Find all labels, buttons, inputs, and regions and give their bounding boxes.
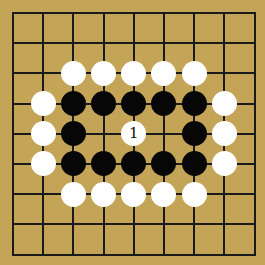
white-stone	[151, 61, 176, 86]
intersection-f4[interactable]	[149, 88, 179, 118]
black-stone	[121, 91, 146, 116]
intersection-f1[interactable]	[149, 0, 179, 28]
intersection-e2[interactable]	[119, 28, 149, 58]
intersection-h5[interactable]	[209, 119, 239, 149]
intersection-a8[interactable]	[0, 209, 28, 239]
intersection-c4[interactable]	[58, 88, 88, 118]
intersection-b1[interactable]	[28, 0, 58, 28]
intersection-i7[interactable]	[239, 179, 265, 209]
intersection-d3[interactable]	[88, 58, 118, 88]
intersection-h4[interactable]	[209, 88, 239, 118]
intersection-g6[interactable]	[179, 149, 209, 179]
intersection-f9[interactable]	[149, 239, 179, 265]
intersection-d8[interactable]	[88, 209, 118, 239]
go-board: 1	[0, 0, 265, 265]
intersection-h9[interactable]	[209, 239, 239, 265]
black-stone	[182, 151, 207, 176]
intersection-c6[interactable]	[58, 149, 88, 179]
intersection-d5[interactable]	[88, 119, 118, 149]
intersection-b5[interactable]	[28, 119, 58, 149]
intersection-b4[interactable]	[28, 88, 58, 118]
intersection-c3[interactable]	[58, 58, 88, 88]
black-stone	[151, 91, 176, 116]
black-stone	[91, 151, 116, 176]
intersection-i5[interactable]	[239, 119, 265, 149]
intersection-g1[interactable]	[179, 0, 209, 28]
intersection-d7[interactable]	[88, 179, 118, 209]
intersection-e8[interactable]	[119, 209, 149, 239]
white-stone	[61, 182, 86, 207]
intersection-f7[interactable]	[149, 179, 179, 209]
black-stone	[182, 121, 207, 146]
intersection-h2[interactable]	[209, 28, 239, 58]
white-stone	[212, 151, 237, 176]
intersection-h1[interactable]	[209, 0, 239, 28]
intersection-e9[interactable]	[119, 239, 149, 265]
intersection-b3[interactable]	[28, 58, 58, 88]
intersection-f3[interactable]	[149, 58, 179, 88]
intersection-h6[interactable]	[209, 149, 239, 179]
intersection-c9[interactable]	[58, 239, 88, 265]
intersection-c5[interactable]	[58, 119, 88, 149]
intersection-b9[interactable]	[28, 239, 58, 265]
intersection-a7[interactable]	[0, 179, 28, 209]
intersection-d4[interactable]	[88, 88, 118, 118]
intersection-f5[interactable]	[149, 119, 179, 149]
intersection-d2[interactable]	[88, 28, 118, 58]
white-stone	[212, 91, 237, 116]
white-stone: 1	[121, 121, 146, 146]
intersection-g9[interactable]	[179, 239, 209, 265]
white-stone	[182, 61, 207, 86]
intersection-a3[interactable]	[0, 58, 28, 88]
black-stone	[61, 121, 86, 146]
intersection-i2[interactable]	[239, 28, 265, 58]
intersection-c7[interactable]	[58, 179, 88, 209]
intersection-a1[interactable]	[0, 0, 28, 28]
black-stone	[182, 91, 207, 116]
intersection-c2[interactable]	[58, 28, 88, 58]
intersection-e3[interactable]	[119, 58, 149, 88]
intersection-b8[interactable]	[28, 209, 58, 239]
intersection-b2[interactable]	[28, 28, 58, 58]
intersection-a2[interactable]	[0, 28, 28, 58]
intersection-b7[interactable]	[28, 179, 58, 209]
intersection-h7[interactable]	[209, 179, 239, 209]
intersection-c1[interactable]	[58, 0, 88, 28]
board-grid: 1	[0, 0, 265, 265]
intersection-h3[interactable]	[209, 58, 239, 88]
intersection-i6[interactable]	[239, 149, 265, 179]
intersection-g8[interactable]	[179, 209, 209, 239]
black-stone	[91, 91, 116, 116]
intersection-b6[interactable]	[28, 149, 58, 179]
black-stone	[61, 91, 86, 116]
intersection-i8[interactable]	[239, 209, 265, 239]
intersection-g4[interactable]	[179, 88, 209, 118]
intersection-i9[interactable]	[239, 239, 265, 265]
black-stone	[151, 151, 176, 176]
white-stone	[91, 61, 116, 86]
intersection-g7[interactable]	[179, 179, 209, 209]
intersection-e6[interactable]	[119, 149, 149, 179]
white-stone	[31, 91, 56, 116]
white-stone	[61, 61, 86, 86]
white-stone	[182, 182, 207, 207]
white-stone	[212, 121, 237, 146]
intersection-a4[interactable]	[0, 88, 28, 118]
white-stone	[31, 121, 56, 146]
white-stone	[31, 151, 56, 176]
intersection-e5[interactable]: 1	[119, 119, 149, 149]
intersection-h8[interactable]	[209, 209, 239, 239]
intersection-d9[interactable]	[88, 239, 118, 265]
intersection-i3[interactable]	[239, 58, 265, 88]
intersection-e7[interactable]	[119, 179, 149, 209]
white-stone	[121, 61, 146, 86]
intersection-g2[interactable]	[179, 28, 209, 58]
intersection-f8[interactable]	[149, 209, 179, 239]
intersection-f6[interactable]	[149, 149, 179, 179]
white-stone	[91, 182, 116, 207]
intersection-d1[interactable]	[88, 0, 118, 28]
intersection-i1[interactable]	[239, 0, 265, 28]
intersection-f2[interactable]	[149, 28, 179, 58]
black-stone	[61, 151, 86, 176]
intersection-d6[interactable]	[88, 149, 118, 179]
intersection-g3[interactable]	[179, 58, 209, 88]
intersection-i4[interactable]	[239, 88, 265, 118]
intersection-e1[interactable]	[119, 0, 149, 28]
black-stone	[121, 151, 146, 176]
intersection-a9[interactable]	[0, 239, 28, 265]
intersection-a5[interactable]	[0, 119, 28, 149]
intersection-g5[interactable]	[179, 119, 209, 149]
intersection-c8[interactable]	[58, 209, 88, 239]
intersection-e4[interactable]	[119, 88, 149, 118]
white-stone	[121, 182, 146, 207]
intersection-a6[interactable]	[0, 149, 28, 179]
move-number-label: 1	[129, 126, 139, 141]
white-stone	[151, 182, 176, 207]
